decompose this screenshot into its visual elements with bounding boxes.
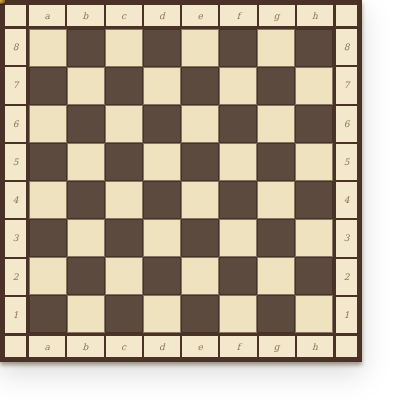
rank-label: 2 [336,259,357,295]
square-b7 [67,67,105,105]
rank-label: 1 [336,297,357,333]
square-d3 [143,219,181,257]
square-c7 [105,67,143,105]
square-d2 [143,257,181,295]
square-a3 [29,219,67,257]
square-b5 [67,143,105,181]
square-g8 [257,29,295,67]
square-c8 [105,29,143,67]
file-label: b [67,5,103,26]
square-h1 [295,295,333,333]
square-h6 [295,105,333,143]
square-a8 [29,29,67,67]
file-label: d [144,336,180,357]
file-label: e [182,5,218,26]
square-g3 [257,219,295,257]
rank-labels-right: 87654321 [336,29,357,333]
square-g1 [257,295,295,333]
product-photo: abcdefgh abcdefgh 87654321 87654321 ♜♞♝♛… [0,0,400,400]
square-c5 [105,143,143,181]
square-d6 [143,105,181,143]
square-g6 [257,105,295,143]
square-e1 [181,295,219,333]
rank-label: 8 [336,29,357,65]
square-h5 [295,143,333,181]
checkerboard [29,29,333,333]
file-label: g [259,5,295,26]
rank-label: 7 [5,67,26,103]
square-a6 [29,105,67,143]
square-a2 [29,257,67,295]
file-label: f [220,336,256,357]
square-h4 [295,181,333,219]
square-c1 [105,295,143,333]
file-labels-near: abcdefgh [29,336,333,357]
square-d7 [143,67,181,105]
square-h2 [295,257,333,295]
square-e3 [181,219,219,257]
square-d5 [143,143,181,181]
square-g2 [257,257,295,295]
square-c4 [105,181,143,219]
square-e4 [181,181,219,219]
rank-label: 4 [336,182,357,218]
square-e6 [181,105,219,143]
frame-corner [336,5,357,26]
square-f2 [219,257,257,295]
square-d4 [143,181,181,219]
square-a5 [29,143,67,181]
square-g5 [257,143,295,181]
square-f6 [219,105,257,143]
square-f5 [219,143,257,181]
frame-corner [5,5,26,26]
square-f7 [219,67,257,105]
rank-label: 6 [336,106,357,142]
square-f8 [219,29,257,67]
file-label: f [220,5,256,26]
rank-label: 2 [5,259,26,295]
square-b1 [67,295,105,333]
square-a7 [29,67,67,105]
square-c2 [105,257,143,295]
square-c6 [105,105,143,143]
file-label: h [297,5,333,26]
frame-corner [5,336,26,357]
square-c3 [105,219,143,257]
square-d1 [143,295,181,333]
rank-label: 1 [5,297,26,333]
rank-label: 5 [5,144,26,180]
square-d8 [143,29,181,67]
square-b3 [67,219,105,257]
square-g4 [257,181,295,219]
square-h8 [295,29,333,67]
file-label: b [67,336,103,357]
frame-corner [336,336,357,357]
square-e7 [181,67,219,105]
square-g7 [257,67,295,105]
file-label: c [106,336,142,357]
square-b8 [67,29,105,67]
rank-label: 6 [5,106,26,142]
rank-labels-left: 87654321 [5,29,26,333]
square-e5 [181,143,219,181]
square-b6 [67,105,105,143]
file-label: d [144,5,180,26]
square-a1 [29,295,67,333]
square-h7 [295,67,333,105]
rank-label: 3 [5,220,26,256]
file-labels-far: abcdefgh [29,5,333,26]
file-label: c [106,5,142,26]
rank-label: 3 [336,220,357,256]
file-label: e [182,336,218,357]
rank-label: 7 [336,67,357,103]
square-f4 [219,181,257,219]
file-label: h [297,336,333,357]
file-label: a [29,5,65,26]
square-h3 [295,219,333,257]
square-a4 [29,181,67,219]
square-e2 [181,257,219,295]
rank-label: 4 [5,182,26,218]
square-b4 [67,181,105,219]
square-f1 [219,295,257,333]
square-f3 [219,219,257,257]
rank-label: 5 [336,144,357,180]
square-e8 [181,29,219,67]
rank-label: 8 [5,29,26,65]
square-b2 [67,257,105,295]
chess-board: abcdefgh abcdefgh 87654321 87654321 [0,0,362,362]
file-label: g [259,336,295,357]
file-label: a [29,336,65,357]
